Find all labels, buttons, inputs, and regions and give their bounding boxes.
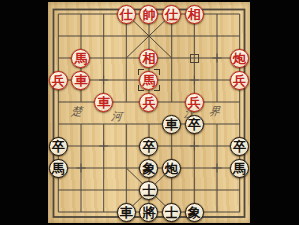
piece-red-elephant[interactable]: 相	[185, 5, 204, 24]
piece-black-soldier[interactable]: 卒	[230, 137, 249, 156]
piece-black-cannon[interactable]: 炮	[162, 159, 181, 178]
piece-black-soldier[interactable]: 卒	[185, 115, 204, 134]
last-move-from-marker	[190, 54, 199, 63]
piece-red-horse[interactable]: 馬	[139, 71, 158, 90]
piece-black-general[interactable]: 將	[139, 203, 158, 222]
piece-red-chariot[interactable]: 車	[71, 71, 90, 90]
piece-red-soldier[interactable]: 兵	[230, 71, 249, 90]
piece-red-elephant[interactable]: 相	[139, 49, 158, 68]
piece-black-elephant[interactable]: 象	[139, 159, 158, 178]
piece-black-advisor[interactable]: 士	[162, 203, 181, 222]
xiangqi-screenshot: 楚 河 汉 界 仕帥仕相馬相炮兵車馬兵車兵兵車卒卒卒卒馬象炮馬士車將士象	[0, 0, 299, 225]
piece-black-elephant[interactable]: 象	[185, 203, 204, 222]
piece-black-chariot[interactable]: 車	[162, 115, 181, 134]
piece-black-soldier[interactable]: 卒	[49, 137, 68, 156]
piece-red-advisor[interactable]: 仕	[162, 5, 181, 24]
piece-black-chariot[interactable]: 車	[117, 203, 136, 222]
piece-red-cannon[interactable]: 炮	[230, 49, 249, 68]
piece-black-soldier[interactable]: 卒	[139, 137, 158, 156]
piece-red-general[interactable]: 帥	[139, 5, 158, 24]
piece-red-soldier[interactable]: 兵	[185, 93, 204, 112]
piece-red-soldier[interactable]: 兵	[139, 93, 158, 112]
piece-red-advisor[interactable]: 仕	[117, 5, 136, 24]
pieces-layer: 仕帥仕相馬相炮兵車馬兵車兵兵車卒卒卒卒馬象炮馬士車將士象	[47, 3, 251, 223]
piece-red-soldier[interactable]: 兵	[49, 71, 68, 90]
piece-black-horse[interactable]: 馬	[49, 159, 68, 178]
piece-red-chariot[interactable]: 車	[94, 93, 113, 112]
piece-red-horse[interactable]: 馬	[71, 49, 90, 68]
piece-black-advisor[interactable]: 士	[139, 181, 158, 200]
piece-black-horse[interactable]: 馬	[230, 159, 249, 178]
